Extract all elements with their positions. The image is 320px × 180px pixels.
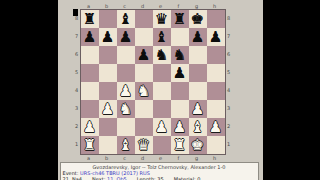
square-h5[interactable] <box>207 64 225 82</box>
file-label-b: b <box>98 155 116 161</box>
square-d6[interactable]: ♟ <box>135 46 153 64</box>
square-d8[interactable] <box>135 10 153 28</box>
square-c8[interactable]: ♝ <box>117 10 135 28</box>
white-rook-f1[interactable]: ♜ <box>173 136 186 154</box>
square-e4[interactable] <box>153 82 171 100</box>
square-a2[interactable]: ♟ <box>81 118 99 136</box>
file-label-f: f <box>170 155 188 161</box>
square-e7[interactable]: ♝ <box>153 28 171 46</box>
black-pawn-b7[interactable]: ♟ <box>101 28 114 46</box>
square-g5[interactable] <box>189 64 207 82</box>
square-g2[interactable]: ♝ <box>189 118 207 136</box>
file-label-c: c <box>116 155 134 161</box>
square-b7[interactable]: ♟ <box>99 28 117 46</box>
square-f7[interactable] <box>171 28 189 46</box>
material-value: 0 <box>197 176 200 180</box>
white-bishop-g2[interactable]: ♝ <box>191 118 204 136</box>
square-a6[interactable] <box>81 46 99 64</box>
square-a3[interactable] <box>81 100 99 118</box>
black-pawn-g7[interactable]: ♟ <box>191 28 204 46</box>
white-pawn-c4[interactable]: ♟ <box>119 82 132 100</box>
square-g3[interactable]: ♟ <box>189 100 207 118</box>
black-rook-a8[interactable]: ♜ <box>83 10 96 28</box>
square-c6[interactable] <box>117 46 135 64</box>
square-e8[interactable]: ♛ <box>153 10 171 28</box>
square-g6[interactable] <box>189 46 207 64</box>
square-b1[interactable] <box>99 136 117 154</box>
white-bishop-c1[interactable]: ♝ <box>119 136 132 154</box>
square-f1[interactable]: ♜ <box>171 136 189 154</box>
rank-label-2: 2 <box>226 117 232 135</box>
square-e3[interactable] <box>153 100 171 118</box>
white-knight-d4[interactable]: ♞ <box>137 82 150 100</box>
material-label: Material: <box>174 176 196 180</box>
square-e2[interactable]: ♟ <box>153 118 171 136</box>
square-f8[interactable]: ♜ <box>171 10 189 28</box>
square-d3[interactable] <box>135 100 153 118</box>
black-rook-f8[interactable]: ♜ <box>173 10 186 28</box>
black-pawn-a7[interactable]: ♟ <box>83 28 96 46</box>
square-a1[interactable]: ♜ <box>81 136 99 154</box>
rank-label-1: 1 <box>226 135 232 153</box>
square-h3[interactable] <box>207 100 225 118</box>
game-info-bar: Gvozdarevsky, Igor -- Tolz Chernovsky, A… <box>60 162 259 180</box>
square-b3[interactable]: ♟ <box>99 100 117 118</box>
black-pawn-d6[interactable]: ♟ <box>137 46 150 64</box>
square-h2[interactable]: ♟ <box>207 118 225 136</box>
square-e6[interactable]: ♞ <box>153 46 171 64</box>
white-pawn-a2[interactable]: ♟ <box>83 118 96 136</box>
file-label-d: d <box>134 155 152 161</box>
square-b4[interactable] <box>99 82 117 100</box>
square-g4[interactable] <box>189 82 207 100</box>
rank-labels-right: 87654321 <box>226 9 232 155</box>
chess-app-panel: abcdefgh 87654321 ♜♝♛♜♚♟♟♟♝♟♟♟♞♞♟♟♞♟♞♟♟♟… <box>58 0 263 180</box>
square-a4[interactable] <box>81 82 99 100</box>
square-d5[interactable] <box>135 64 153 82</box>
square-c3[interactable]: ♞ <box>117 100 135 118</box>
side-to-move-indicator <box>73 9 78 16</box>
square-f5[interactable]: ♟ <box>171 64 189 82</box>
board-area: abcdefgh 87654321 ♜♝♛♜♚♟♟♟♝♟♟♟♞♞♟♟♞♟♞♟♟♟… <box>74 3 232 161</box>
square-b5[interactable] <box>99 64 117 82</box>
rank-label-6: 6 <box>226 45 232 63</box>
chess-board[interactable]: ♜♝♛♜♚♟♟♟♝♟♟♟♞♞♟♟♞♟♞♟♟♟♟♝♟♜♝♛♜♚ <box>80 9 226 155</box>
rank-label-8: 8 <box>226 9 232 27</box>
square-d7[interactable] <box>135 28 153 46</box>
status-line: 21. Na4Next: 11. Qb5Length: 35Material: … <box>63 176 256 180</box>
square-h6[interactable] <box>207 46 225 64</box>
square-c1[interactable]: ♝ <box>117 136 135 154</box>
white-rook-a1[interactable]: ♜ <box>83 136 96 154</box>
white-pawn-g3[interactable]: ♟ <box>191 100 204 118</box>
square-c2[interactable] <box>117 118 135 136</box>
square-e1[interactable] <box>153 136 171 154</box>
square-h8[interactable] <box>207 10 225 28</box>
black-bishop-c8[interactable]: ♝ <box>119 10 132 28</box>
black-king-g8[interactable]: ♚ <box>191 10 204 28</box>
square-d2[interactable] <box>135 118 153 136</box>
black-queen-e8[interactable]: ♛ <box>155 10 168 28</box>
rank-label-3: 3 <box>226 99 232 117</box>
square-c4[interactable]: ♟ <box>117 82 135 100</box>
white-pawn-h2[interactable]: ♟ <box>209 118 222 136</box>
white-queen-d1[interactable]: ♛ <box>137 136 150 154</box>
square-d4[interactable]: ♞ <box>135 82 153 100</box>
file-label-a: a <box>80 155 98 161</box>
next-move[interactable]: 11. Qb5 <box>107 176 127 180</box>
square-f3[interactable] <box>171 100 189 118</box>
square-f2[interactable]: ♟ <box>171 118 189 136</box>
last-move: 21. Na4 <box>63 176 83 180</box>
square-b2[interactable] <box>99 118 117 136</box>
black-knight-e6[interactable]: ♞ <box>155 46 168 64</box>
length-value: 35 <box>157 176 163 180</box>
rank-label-5: 5 <box>226 63 232 81</box>
white-king-g1[interactable]: ♚ <box>191 136 204 154</box>
square-a5[interactable] <box>81 64 99 82</box>
file-labels-bottom: abcdefgh <box>80 155 232 161</box>
square-a8[interactable]: ♜ <box>81 10 99 28</box>
white-pawn-f2[interactable]: ♟ <box>173 118 186 136</box>
square-g7[interactable]: ♟ <box>189 28 207 46</box>
square-h4[interactable] <box>207 82 225 100</box>
square-g1[interactable]: ♚ <box>189 136 207 154</box>
square-c7[interactable]: ♟ <box>117 28 135 46</box>
black-pawn-h7[interactable]: ♟ <box>209 28 222 46</box>
rank-label-4: 4 <box>226 81 232 99</box>
square-b6[interactable] <box>99 46 117 64</box>
square-f6[interactable]: ♞ <box>171 46 189 64</box>
file-label-h: h <box>206 155 224 161</box>
square-b8[interactable] <box>99 10 117 28</box>
file-label-g: g <box>188 155 206 161</box>
square-e5[interactable] <box>153 64 171 82</box>
next-label: Next: <box>92 176 105 180</box>
file-label-e: e <box>152 155 170 161</box>
square-c5[interactable] <box>117 64 135 82</box>
square-g8[interactable]: ♚ <box>189 10 207 28</box>
rank-label-7: 7 <box>226 27 232 45</box>
black-pawn-c7[interactable]: ♟ <box>119 28 132 46</box>
square-f4[interactable] <box>171 82 189 100</box>
square-a7[interactable]: ♟ <box>81 28 99 46</box>
square-h7[interactable]: ♟ <box>207 28 225 46</box>
black-bishop-e7[interactable]: ♝ <box>155 28 168 46</box>
black-pawn-f5[interactable]: ♟ <box>173 64 186 82</box>
length-label: Length: <box>137 176 156 180</box>
white-pawn-e2[interactable]: ♟ <box>155 118 168 136</box>
square-h1[interactable] <box>207 136 225 154</box>
white-pawn-b3[interactable]: ♟ <box>101 100 114 118</box>
black-knight-f6[interactable]: ♞ <box>173 46 186 64</box>
square-d1[interactable]: ♛ <box>135 136 153 154</box>
white-knight-c3[interactable]: ♞ <box>119 100 132 118</box>
